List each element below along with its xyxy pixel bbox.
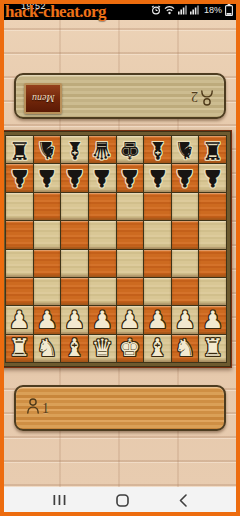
square-c5[interactable] bbox=[61, 221, 88, 248]
player1-tag: 1 bbox=[26, 398, 49, 419]
square-d6[interactable] bbox=[89, 193, 116, 220]
square-d8[interactable]: ♛ bbox=[89, 136, 116, 163]
square-e6[interactable] bbox=[117, 193, 144, 220]
square-g5[interactable] bbox=[172, 221, 199, 248]
square-c2[interactable]: ♟ bbox=[61, 306, 88, 333]
white-pawn-f2: ♟ bbox=[147, 308, 169, 332]
square-g2[interactable]: ♟ bbox=[172, 306, 199, 333]
recents-icon[interactable] bbox=[53, 494, 66, 506]
black-knight-g8: ♞ bbox=[174, 138, 196, 162]
square-d4[interactable] bbox=[89, 250, 116, 277]
android-nav-bar bbox=[0, 487, 240, 516]
player2-bar: Menu 2 bbox=[14, 73, 226, 119]
black-knight-b8: ♞ bbox=[36, 138, 58, 162]
white-knight-g1: ♞ bbox=[174, 336, 196, 360]
square-a5[interactable] bbox=[6, 221, 33, 248]
home-icon[interactable] bbox=[116, 494, 129, 507]
square-h5[interactable] bbox=[199, 221, 226, 248]
black-bishop-c8: ♝ bbox=[64, 138, 86, 162]
square-e2[interactable]: ♟ bbox=[117, 306, 144, 333]
square-b7[interactable]: ♟ bbox=[34, 164, 61, 191]
square-g6[interactable] bbox=[172, 193, 199, 220]
alarm-icon bbox=[151, 5, 161, 15]
square-g4[interactable] bbox=[172, 250, 199, 277]
square-a7[interactable]: ♟ bbox=[6, 164, 33, 191]
black-rook-h8: ♜ bbox=[202, 138, 224, 162]
battery-percent: 18% bbox=[204, 5, 222, 15]
black-pawn-g7: ♟ bbox=[174, 166, 196, 190]
square-e5[interactable] bbox=[117, 221, 144, 248]
square-h6[interactable] bbox=[199, 193, 226, 220]
black-pawn-h7: ♟ bbox=[202, 166, 224, 190]
square-e4[interactable] bbox=[117, 250, 144, 277]
square-d1[interactable]: ♛ bbox=[89, 335, 116, 362]
square-g1[interactable]: ♞ bbox=[172, 335, 199, 362]
square-a6[interactable] bbox=[6, 193, 33, 220]
white-pawn-c2: ♟ bbox=[64, 308, 86, 332]
white-pawn-g2: ♟ bbox=[174, 308, 196, 332]
square-b6[interactable] bbox=[34, 193, 61, 220]
square-e8[interactable]: ♚ bbox=[117, 136, 144, 163]
square-h2[interactable]: ♟ bbox=[199, 306, 226, 333]
white-knight-b1: ♞ bbox=[36, 336, 58, 360]
player-icon bbox=[200, 86, 214, 107]
square-b3[interactable] bbox=[34, 278, 61, 305]
square-h4[interactable] bbox=[199, 250, 226, 277]
square-b1[interactable]: ♞ bbox=[34, 335, 61, 362]
black-king-e8: ♚ bbox=[119, 138, 141, 162]
player2-tag: 2 bbox=[191, 86, 214, 107]
white-pawn-b2: ♟ bbox=[36, 308, 58, 332]
black-rook-a8: ♜ bbox=[9, 138, 31, 162]
watermark-text: hack-cheat.org bbox=[5, 2, 106, 22]
square-a8[interactable]: ♜ bbox=[6, 136, 33, 163]
white-queen-d1: ♛ bbox=[91, 336, 113, 360]
square-c7[interactable]: ♟ bbox=[61, 164, 88, 191]
black-pawn-b7: ♟ bbox=[36, 166, 58, 190]
white-bishop-c1: ♝ bbox=[64, 336, 86, 360]
square-d3[interactable] bbox=[89, 278, 116, 305]
white-pawn-e2: ♟ bbox=[119, 308, 141, 332]
player-icon bbox=[26, 398, 40, 419]
white-bishop-f1: ♝ bbox=[147, 336, 169, 360]
black-pawn-c7: ♟ bbox=[64, 166, 86, 190]
white-king-e1: ♚ bbox=[119, 336, 141, 360]
square-d7[interactable]: ♟ bbox=[89, 164, 116, 191]
signal-icon bbox=[178, 5, 187, 15]
square-f6[interactable] bbox=[144, 193, 171, 220]
black-pawn-a7: ♟ bbox=[9, 166, 31, 190]
square-h1[interactable]: ♜ bbox=[199, 335, 226, 362]
square-e3[interactable] bbox=[117, 278, 144, 305]
black-pawn-e7: ♟ bbox=[119, 166, 141, 190]
square-f7[interactable]: ♟ bbox=[144, 164, 171, 191]
game-background: Menu 2 ♜♞♝♛♚♝♞♜♟♟♟♟♟♟♟♟♟♟♟♟♟♟♟♟♜♞♝♛♚♝♞♜ bbox=[0, 20, 240, 487]
status-icons: 18% bbox=[151, 0, 233, 20]
square-c6[interactable] bbox=[61, 193, 88, 220]
wifi-icon bbox=[164, 5, 175, 15]
square-f2[interactable]: ♟ bbox=[144, 306, 171, 333]
square-e1[interactable]: ♚ bbox=[117, 335, 144, 362]
white-pawn-h2: ♟ bbox=[202, 308, 224, 332]
white-rook-a1: ♜ bbox=[9, 336, 31, 360]
white-rook-h1: ♜ bbox=[202, 336, 224, 360]
square-c1[interactable]: ♝ bbox=[61, 335, 88, 362]
square-f8[interactable]: ♝ bbox=[144, 136, 171, 163]
white-pawn-a2: ♟ bbox=[9, 308, 31, 332]
square-h8[interactable]: ♜ bbox=[199, 136, 226, 163]
black-pawn-f7: ♟ bbox=[147, 166, 169, 190]
square-g7[interactable]: ♟ bbox=[172, 164, 199, 191]
square-f1[interactable]: ♝ bbox=[144, 335, 171, 362]
menu-button-label: Menu bbox=[32, 93, 55, 104]
square-a4[interactable] bbox=[6, 250, 33, 277]
player2-number: 2 bbox=[191, 88, 198, 104]
square-f4[interactable] bbox=[144, 250, 171, 277]
player1-number: 1 bbox=[42, 400, 49, 416]
square-h3[interactable] bbox=[199, 278, 226, 305]
square-h7[interactable]: ♟ bbox=[199, 164, 226, 191]
square-g3[interactable] bbox=[172, 278, 199, 305]
square-f3[interactable] bbox=[144, 278, 171, 305]
square-a1[interactable]: ♜ bbox=[6, 335, 33, 362]
square-c8[interactable]: ♝ bbox=[61, 136, 88, 163]
square-b5[interactable] bbox=[34, 221, 61, 248]
signal-icon bbox=[190, 5, 199, 15]
square-a2[interactable]: ♟ bbox=[6, 306, 33, 333]
player1-bar: 1 bbox=[14, 385, 226, 431]
square-d5[interactable] bbox=[89, 221, 116, 248]
square-b2[interactable]: ♟ bbox=[34, 306, 61, 333]
back-icon[interactable] bbox=[179, 494, 187, 507]
square-c3[interactable] bbox=[61, 278, 88, 305]
square-c4[interactable] bbox=[61, 250, 88, 277]
square-g8[interactable]: ♞ bbox=[172, 136, 199, 163]
chess-board[interactable]: ♜♞♝♛♚♝♞♜♟♟♟♟♟♟♟♟♟♟♟♟♟♟♟♟♜♞♝♛♚♝♞♜ bbox=[5, 135, 227, 363]
black-pawn-d7: ♟ bbox=[91, 166, 113, 190]
black-queen-d8: ♛ bbox=[91, 138, 113, 162]
square-b4[interactable] bbox=[34, 250, 61, 277]
black-bishop-f8: ♝ bbox=[147, 138, 169, 162]
square-d2[interactable]: ♟ bbox=[89, 306, 116, 333]
square-b8[interactable]: ♞ bbox=[34, 136, 61, 163]
square-f5[interactable] bbox=[144, 221, 171, 248]
square-a3[interactable] bbox=[6, 278, 33, 305]
white-pawn-d2: ♟ bbox=[91, 308, 113, 332]
menu-button[interactable]: Menu bbox=[24, 83, 62, 114]
square-e7[interactable]: ♟ bbox=[117, 164, 144, 191]
battery-icon bbox=[225, 4, 233, 16]
board-frame: ♜♞♝♛♚♝♞♜♟♟♟♟♟♟♟♟♟♟♟♟♟♟♟♟♜♞♝♛♚♝♞♜ bbox=[0, 130, 232, 368]
